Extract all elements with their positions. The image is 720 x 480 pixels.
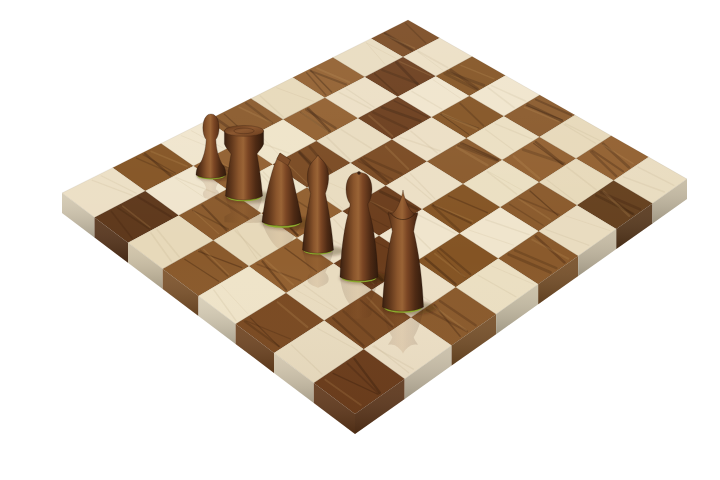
chess-board-photo (0, 0, 720, 480)
piece-body (224, 129, 263, 200)
product-photo-stage (0, 0, 720, 480)
rook-top-face (224, 125, 263, 136)
queen-finial-stem (357, 171, 360, 174)
